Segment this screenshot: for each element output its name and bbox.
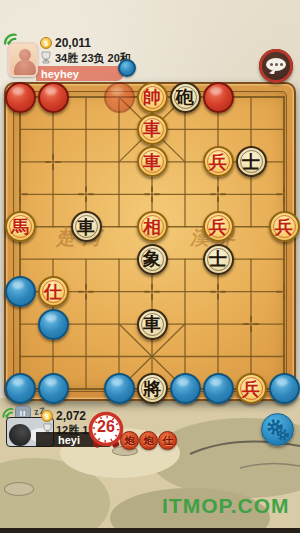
hidden-piece-red-0-0[interactable] (5, 82, 36, 113)
hidden-piece-red-6-0[interactable] (203, 82, 234, 113)
game-screen: ITMOP.COM 楚河 漢界 帥砲車車兵士馬車相兵兵象士仕車將兵 heyhey… (0, 0, 300, 533)
coin-icon: $ (40, 37, 52, 49)
trophy-icon (40, 51, 52, 64)
piece-black-6-5[interactable]: 士 (203, 244, 234, 275)
chat-button[interactable] (259, 49, 293, 83)
hidden-piece-blue-0-9[interactable] (5, 373, 36, 404)
hidden-piece-blue-8-9[interactable] (269, 373, 300, 404)
piece-red-4-2[interactable]: 車 (137, 146, 168, 177)
top-player-name-banner: heyhey (36, 66, 124, 81)
captured-pieces-tray: 炮炮仕 (120, 431, 177, 450)
chat-bubble-icon (266, 58, 286, 71)
gear-icon (262, 414, 295, 447)
hidden-piece-blue-5-9[interactable] (170, 373, 201, 404)
timer-value: 26 (88, 418, 124, 436)
top-player-name: heyhey (41, 68, 79, 80)
move-timer: 26 (88, 411, 124, 449)
piece-red-0-4[interactable]: 馬 (5, 211, 36, 242)
piece-red-4-0[interactable]: 帥 (137, 82, 168, 113)
hidden-piece-blue-3-9[interactable] (104, 373, 135, 404)
xiangqi-board[interactable]: 楚河 漢界 帥砲車車兵士馬車相兵兵象士仕車將兵 (4, 82, 296, 401)
avatar-creature (9, 424, 31, 446)
piece-black-5-0[interactable]: 砲 (170, 82, 201, 113)
captured-piece: 仕 (158, 431, 177, 450)
top-player-coins: 20,011 (55, 36, 91, 50)
bottom-player-coins: 2,072 (56, 409, 86, 423)
hidden-piece-blue-1-9[interactable] (38, 373, 69, 404)
captured-piece: 炮 (139, 431, 158, 450)
piece-red-6-2[interactable]: 兵 (203, 146, 234, 177)
settings-button[interactable] (261, 413, 294, 446)
piece-red-6-4[interactable]: 兵 (203, 211, 234, 242)
piece-black-4-9[interactable]: 將 (137, 373, 168, 404)
avatar-body (14, 60, 36, 76)
hidden-piece-blue-6-9[interactable] (203, 373, 234, 404)
piece-red-1-6[interactable]: 仕 (38, 276, 69, 307)
hidden-piece-blue-0-6[interactable] (5, 276, 36, 307)
watermark: ITMOP.COM (162, 494, 290, 518)
hidden-piece-red-1-0[interactable] (38, 82, 69, 113)
captured-piece: 炮 (120, 431, 139, 450)
piece-red-8-4[interactable]: 兵 (269, 211, 300, 242)
bottom-player-name: heyi (58, 434, 80, 446)
top-player-avatar[interactable] (8, 42, 38, 77)
piece-red-7-9[interactable]: 兵 (236, 373, 267, 404)
piece-black-7-2[interactable]: 士 (236, 146, 267, 177)
hidden-piece-blue-1-7[interactable] (38, 309, 69, 340)
piece-red-4-1[interactable]: 車 (137, 114, 168, 145)
last-move-origin-ghost-3-0 (104, 82, 135, 113)
piece-red-4-4[interactable]: 相 (137, 211, 168, 242)
bottom-bar (0, 528, 300, 533)
coin-icon: $ (41, 410, 53, 422)
piece-black-4-7[interactable]: 車 (137, 309, 168, 340)
captured-hidden-piece (118, 59, 136, 77)
piece-black-2-4[interactable]: 車 (71, 211, 102, 242)
piece-black-4-5[interactable]: 象 (137, 244, 168, 275)
